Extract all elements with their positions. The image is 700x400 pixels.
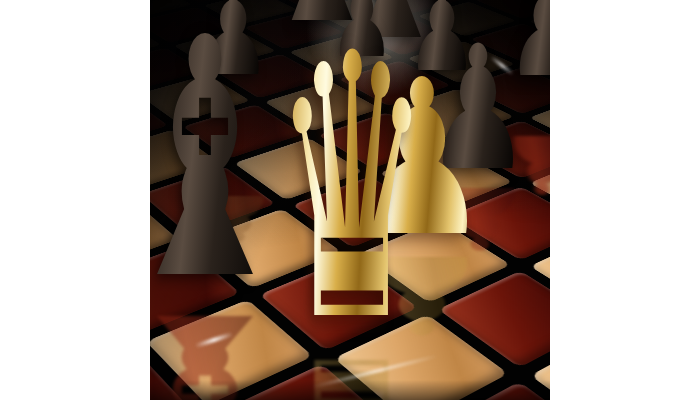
- chess-3d-render: ♛ ♟ ♝ ♟ ♟ ♟ ♝ ♝ ♟ ♟ ♟ ♟ ♟ ♝ ♟ ♛: [150, 0, 550, 400]
- gold-queen[interactable]: ♛: [273, 6, 430, 371]
- screenshot-canvas: ♛ ♟ ♝ ♟ ♟ ♟ ♝ ♝ ♟ ♟ ♟ ♟ ♟ ♝ ♟ ♛: [0, 0, 700, 400]
